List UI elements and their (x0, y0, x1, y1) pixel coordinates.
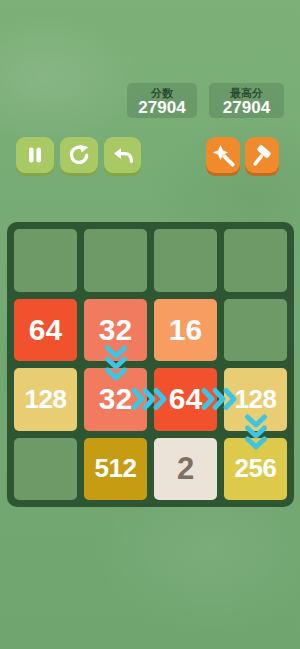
empty-cell (84, 229, 147, 292)
tile-128: 128 (14, 368, 77, 431)
empty-cell (14, 229, 77, 292)
tile-256: 256 (224, 438, 287, 501)
score-label: 分数 (151, 87, 173, 99)
best-score-label: 最高分 (230, 87, 263, 99)
tile-64: 64 (14, 299, 77, 362)
restart-button[interactable] (60, 137, 98, 173)
empty-cell (154, 229, 217, 292)
tile-512: 512 (84, 438, 147, 501)
tile-128: 128 (224, 368, 287, 431)
tile-32: 32 (84, 299, 147, 362)
restart-icon (67, 143, 91, 167)
hammer-button[interactable] (245, 137, 279, 173)
pause-button[interactable] (16, 137, 54, 173)
magic-wand-button[interactable] (206, 137, 240, 173)
empty-cell (224, 229, 287, 292)
hammer-icon (250, 143, 274, 167)
best-score-value: 27904 (223, 99, 270, 117)
empty-cell (224, 299, 287, 362)
best-score-box: 最高分 27904 (209, 83, 284, 118)
tile-16: 16 (154, 299, 217, 362)
score-box: 分数 27904 (127, 83, 197, 118)
undo-icon (111, 143, 135, 167)
magic-wand-icon (212, 144, 235, 167)
tile-2: 2 (154, 438, 217, 501)
game-screen: 分数 27904 最高分 27904 (0, 0, 300, 649)
pause-icon (23, 143, 47, 167)
tile-32: 32 (84, 368, 147, 431)
score-value: 27904 (138, 99, 185, 117)
undo-button[interactable] (104, 137, 141, 173)
empty-cell (14, 438, 77, 501)
tile-64: 64 (154, 368, 217, 431)
board[interactable]: 64321612832641285122256 (7, 222, 294, 507)
